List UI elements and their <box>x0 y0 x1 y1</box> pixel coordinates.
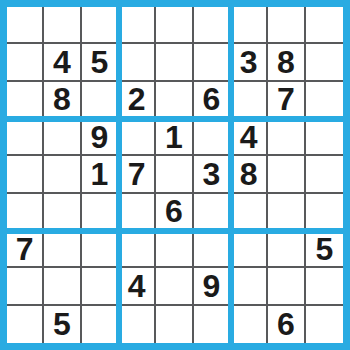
sudoku-cell-r3c5[interactable] <box>156 82 193 119</box>
sudoku-cell-r4c1[interactable] <box>7 119 44 156</box>
sudoku-cell-r9c4[interactable] <box>119 306 156 343</box>
sudoku-given-r2c7[interactable]: 3 <box>231 44 268 81</box>
sudoku-cell-r2c4[interactable] <box>119 44 156 81</box>
sudoku-cell-r7c8[interactable] <box>268 231 305 268</box>
sudoku-cell-r7c7[interactable] <box>231 231 268 268</box>
sudoku-cell-r1c8[interactable] <box>268 7 305 44</box>
sudoku-cell-r2c9[interactable] <box>306 44 343 81</box>
sudoku-cell-r4c6[interactable] <box>194 119 231 156</box>
sudoku-cell-r8c2[interactable] <box>44 268 81 305</box>
sudoku-board: 4538826791417386754956 <box>0 0 350 350</box>
sudoku-cell-r9c6[interactable] <box>194 306 231 343</box>
sudoku-cell-r7c5[interactable] <box>156 231 193 268</box>
sudoku-given-r8c4[interactable]: 4 <box>119 268 156 305</box>
sudoku-cell-r6c2[interactable] <box>44 194 81 231</box>
sudoku-cell-r9c3[interactable] <box>82 306 119 343</box>
sudoku-cell-r6c7[interactable] <box>231 194 268 231</box>
sudoku-cell-r3c3[interactable] <box>82 82 119 119</box>
sudoku-given-r5c7[interactable]: 8 <box>231 156 268 193</box>
sudoku-given-r8c6[interactable]: 9 <box>194 268 231 305</box>
sudoku-cell-r1c4[interactable] <box>119 7 156 44</box>
sudoku-cell-r7c6[interactable] <box>194 231 231 268</box>
sudoku-given-r2c2[interactable]: 4 <box>44 44 81 81</box>
sudoku-cell-r9c9[interactable] <box>306 306 343 343</box>
sudoku-given-r3c4[interactable]: 2 <box>119 82 156 119</box>
sudoku-cell-r3c7[interactable] <box>231 82 268 119</box>
sudoku-cell-r2c1[interactable] <box>7 44 44 81</box>
sudoku-cell-r6c3[interactable] <box>82 194 119 231</box>
sudoku-cell-r5c9[interactable] <box>306 156 343 193</box>
sudoku-cell-r1c1[interactable] <box>7 7 44 44</box>
sudoku-cell-r9c7[interactable] <box>231 306 268 343</box>
sudoku-given-r4c3[interactable]: 9 <box>82 119 119 156</box>
sudoku-given-r7c1[interactable]: 7 <box>7 231 44 268</box>
sudoku-given-r6c5[interactable]: 6 <box>156 194 193 231</box>
sudoku-cell-r5c8[interactable] <box>268 156 305 193</box>
sudoku-cell-r6c8[interactable] <box>268 194 305 231</box>
sudoku-cell-r7c3[interactable] <box>82 231 119 268</box>
sudoku-cell-r1c5[interactable] <box>156 7 193 44</box>
sudoku-grid: 4538826791417386754956 <box>7 7 343 343</box>
sudoku-cell-r8c8[interactable] <box>268 268 305 305</box>
sudoku-given-r3c6[interactable]: 6 <box>194 82 231 119</box>
sudoku-cell-r1c6[interactable] <box>194 7 231 44</box>
sudoku-cell-r6c4[interactable] <box>119 194 156 231</box>
sudoku-cell-r3c9[interactable] <box>306 82 343 119</box>
sudoku-cell-r2c5[interactable] <box>156 44 193 81</box>
sudoku-cell-r4c4[interactable] <box>119 119 156 156</box>
sudoku-cell-r5c1[interactable] <box>7 156 44 193</box>
sudoku-given-r9c8[interactable]: 6 <box>268 306 305 343</box>
sudoku-cell-r2c6[interactable] <box>194 44 231 81</box>
sudoku-cell-r3c1[interactable] <box>7 82 44 119</box>
sudoku-cell-r9c1[interactable] <box>7 306 44 343</box>
sudoku-cell-r1c7[interactable] <box>231 7 268 44</box>
sudoku-cell-r6c6[interactable] <box>194 194 231 231</box>
sudoku-given-r4c7[interactable]: 4 <box>231 119 268 156</box>
sudoku-cell-r8c1[interactable] <box>7 268 44 305</box>
sudoku-given-r5c3[interactable]: 1 <box>82 156 119 193</box>
sudoku-given-r9c2[interactable]: 5 <box>44 306 81 343</box>
sudoku-given-r5c6[interactable]: 3 <box>194 156 231 193</box>
sudoku-cell-r6c9[interactable] <box>306 194 343 231</box>
sudoku-cell-r1c2[interactable] <box>44 7 81 44</box>
sudoku-cell-r8c7[interactable] <box>231 268 268 305</box>
sudoku-given-r7c9[interactable]: 5 <box>306 231 343 268</box>
sudoku-cell-r1c9[interactable] <box>306 7 343 44</box>
sudoku-cell-r8c5[interactable] <box>156 268 193 305</box>
sudoku-cell-r7c2[interactable] <box>44 231 81 268</box>
sudoku-cell-r9c5[interactable] <box>156 306 193 343</box>
sudoku-cell-r4c2[interactable] <box>44 119 81 156</box>
sudoku-given-r2c3[interactable]: 5 <box>82 44 119 81</box>
sudoku-cell-r4c9[interactable] <box>306 119 343 156</box>
sudoku-cell-r1c3[interactable] <box>82 7 119 44</box>
sudoku-cell-r6c1[interactable] <box>7 194 44 231</box>
sudoku-given-r3c8[interactable]: 7 <box>268 82 305 119</box>
sudoku-cell-r7c4[interactable] <box>119 231 156 268</box>
sudoku-given-r3c2[interactable]: 8 <box>44 82 81 119</box>
sudoku-cell-r8c9[interactable] <box>306 268 343 305</box>
sudoku-given-r2c8[interactable]: 8 <box>268 44 305 81</box>
sudoku-given-r4c5[interactable]: 1 <box>156 119 193 156</box>
sudoku-cell-r4c8[interactable] <box>268 119 305 156</box>
sudoku-cell-r5c2[interactable] <box>44 156 81 193</box>
sudoku-cell-r5c5[interactable] <box>156 156 193 193</box>
sudoku-given-r5c4[interactable]: 7 <box>119 156 156 193</box>
sudoku-cell-r8c3[interactable] <box>82 268 119 305</box>
